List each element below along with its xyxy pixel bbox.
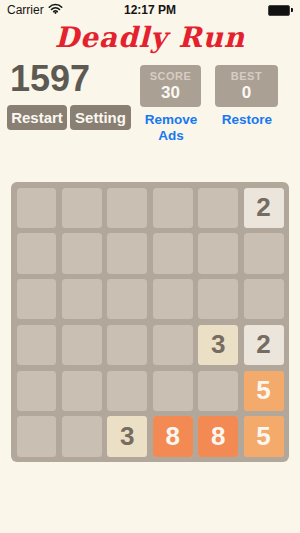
best-box: BEST 0	[215, 65, 278, 107]
board-cell	[198, 188, 238, 228]
best-label: BEST	[231, 70, 262, 82]
board-cell	[62, 416, 102, 456]
board-cell	[17, 325, 57, 365]
board-cell	[62, 279, 102, 319]
tile-5: 5	[244, 416, 284, 456]
board-cell	[17, 188, 57, 228]
clock: 12:17 PM	[0, 3, 300, 17]
board-cell	[62, 188, 102, 228]
score-value: 30	[161, 83, 180, 103]
board-cell	[62, 371, 102, 411]
board-cell	[17, 279, 57, 319]
tile-3: 3	[107, 416, 147, 456]
board-cell: 8	[198, 416, 238, 456]
setting-button[interactable]: Setting	[70, 105, 131, 130]
board-cell	[17, 233, 57, 273]
board-cell	[107, 325, 147, 365]
board-cell: 2	[244, 188, 284, 228]
app-screen: Carrier 12:17 PM Deadly Run 1597 SCORE 3…	[0, 0, 300, 533]
board-cell: 8	[153, 416, 193, 456]
board-cell	[198, 371, 238, 411]
tile-2: 2	[244, 188, 284, 228]
board-cell	[153, 371, 193, 411]
board-cell: 5	[244, 371, 284, 411]
board-cell	[107, 233, 147, 273]
board-cell: 5	[244, 416, 284, 456]
remove-ads-link[interactable]: Remove Ads	[131, 112, 211, 128]
tile-5: 5	[244, 371, 284, 411]
board-cell: 3	[198, 325, 238, 365]
board-cell	[244, 279, 284, 319]
board-cell	[153, 188, 193, 228]
target-number: 1597	[0, 59, 100, 99]
board-cell: 2	[244, 325, 284, 365]
board-cell	[62, 233, 102, 273]
board-cell	[153, 233, 193, 273]
tile-3: 3	[198, 325, 238, 365]
board-cell	[244, 233, 284, 273]
tile-8: 8	[198, 416, 238, 456]
restart-button[interactable]: Restart	[7, 105, 67, 130]
board-cell	[153, 325, 193, 365]
board-cell	[107, 188, 147, 228]
status-bar: Carrier 12:17 PM	[0, 0, 300, 20]
tile-8: 8	[153, 416, 193, 456]
board-cell	[153, 279, 193, 319]
best-value: 0	[242, 83, 251, 103]
board-cell	[17, 416, 57, 456]
board-cell	[62, 325, 102, 365]
board-cell	[107, 279, 147, 319]
score-box: SCORE 30	[140, 65, 201, 107]
score-label: SCORE	[150, 70, 192, 82]
board-cell	[198, 279, 238, 319]
board[interactable]: 23253885	[11, 182, 289, 462]
app-title: Deadly Run	[0, 20, 300, 56]
board-cell	[107, 371, 147, 411]
board-cell: 3	[107, 416, 147, 456]
restore-link[interactable]: Restore	[207, 112, 287, 128]
board-cell	[198, 233, 238, 273]
board-cell	[17, 371, 57, 411]
tile-2: 2	[244, 325, 284, 365]
